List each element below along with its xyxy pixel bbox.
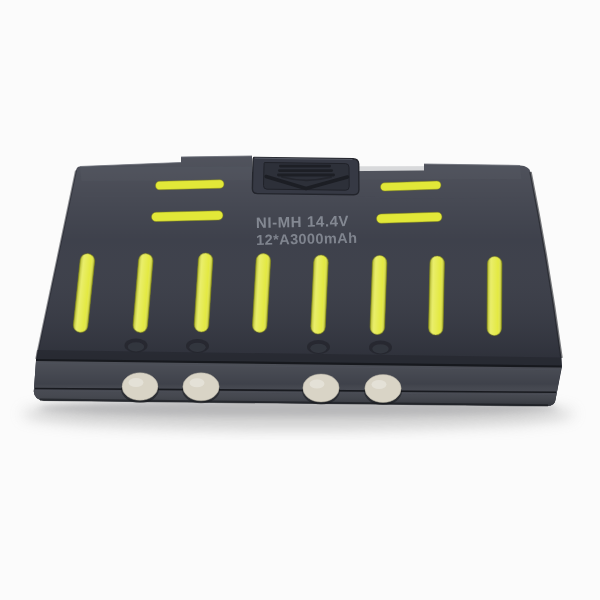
slot-sheen bbox=[428, 256, 444, 335]
contact-pad bbox=[121, 373, 159, 403]
molded-dot-icon bbox=[369, 341, 392, 355]
vent-slot-horizontal bbox=[380, 181, 441, 192]
product-photo: NI-MH 14.4V 12*A3000mAh bbox=[0, 0, 600, 600]
contact-pad bbox=[302, 374, 340, 405]
molded-dot-icon bbox=[125, 339, 148, 353]
slot-sheen bbox=[487, 256, 502, 335]
label-line1: NI-MH 14.4V bbox=[256, 212, 350, 231]
contact-pad bbox=[182, 373, 220, 404]
vent-slot-horizontal bbox=[151, 211, 223, 222]
contact-pad bbox=[364, 375, 402, 406]
latch-grip-ridges-icon bbox=[277, 165, 335, 177]
slot-sheen bbox=[370, 255, 387, 334]
battery-illustration: NI-MH 14.4V 12*A3000mAh bbox=[0, 0, 600, 600]
vent-slot-horizontal bbox=[155, 180, 224, 190]
vent-slot-horizontal bbox=[376, 212, 442, 223]
battery-pack: NI-MH 14.4V 12*A3000mAh bbox=[34, 156, 562, 406]
molded-dot-icon bbox=[186, 339, 209, 353]
latch bbox=[252, 158, 359, 195]
molded-dot-icon bbox=[307, 340, 330, 354]
label-line2: 12*A3000mAh bbox=[256, 230, 357, 248]
